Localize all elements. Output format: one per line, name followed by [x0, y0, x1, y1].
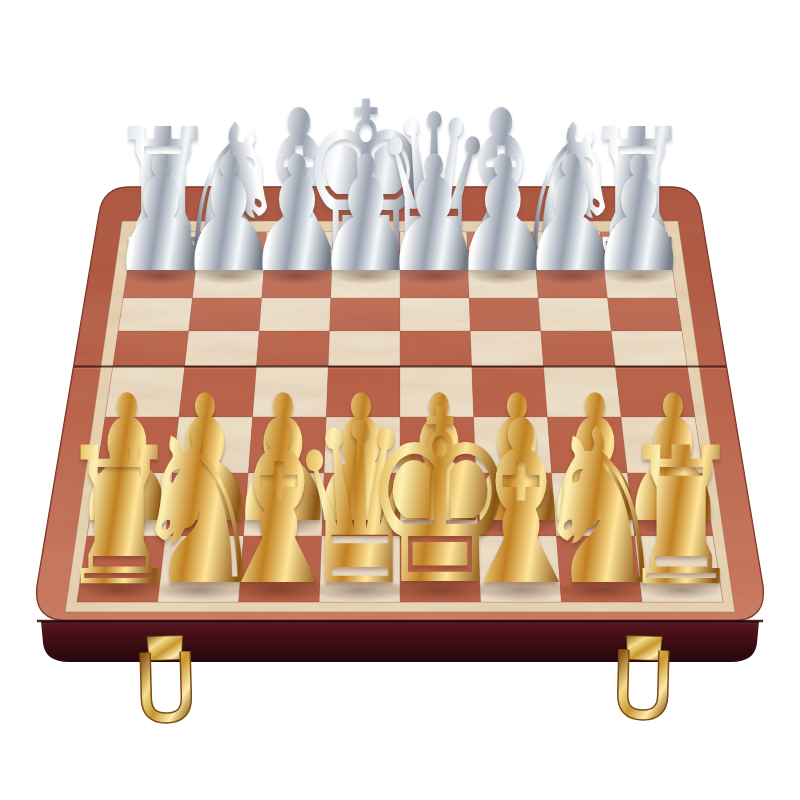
chess-board — [0, 0, 800, 800]
chess-set-photo: ♜♞♝♚♛♝♞♜♟♟♟♟♟♟♟♟♟♟♟♟♟♟♟♟♜♞♝♛♚♝♞♜ — [0, 0, 800, 800]
right-clasp-plate — [626, 636, 663, 661]
far-haze — [113, 232, 687, 366]
left-clasp-plate — [147, 636, 184, 661]
right-clasp[interactable] — [622, 635, 664, 715]
left-clasp[interactable] — [145, 635, 187, 718]
